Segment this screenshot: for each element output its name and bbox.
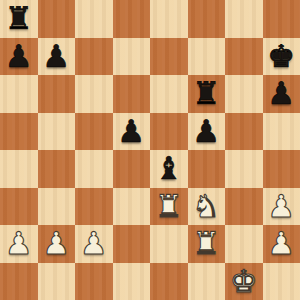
square-e8[interactable] [150,0,188,38]
square-a8[interactable]: ♜ [0,0,38,38]
square-f4[interactable] [188,150,226,188]
square-f6[interactable]: ♜ [188,75,226,113]
black-rook[interactable]: ♜ [5,3,33,34]
square-h4[interactable] [263,150,301,188]
square-b7[interactable]: ♟ [38,38,76,76]
square-f5[interactable]: ♟ [188,113,226,151]
white-pawn[interactable]: ♟ [80,228,108,259]
square-d7[interactable] [113,38,151,76]
square-a2[interactable]: ♟ [0,225,38,263]
square-b1[interactable] [38,263,76,300]
square-d5[interactable]: ♟ [113,113,151,151]
square-e6[interactable] [150,75,188,113]
square-g4[interactable] [225,150,263,188]
square-d2[interactable] [113,225,151,263]
square-c6[interactable] [75,75,113,113]
square-a7[interactable]: ♟ [0,38,38,76]
black-bishop[interactable]: ♝ [155,153,183,184]
square-e3[interactable]: ♜ [150,188,188,226]
square-g1[interactable]: ♚ [225,263,263,300]
white-pawn[interactable]: ♟ [5,228,33,259]
white-pawn[interactable]: ♟ [267,228,295,259]
white-pawn[interactable]: ♟ [42,228,70,259]
square-e7[interactable] [150,38,188,76]
square-b6[interactable] [38,75,76,113]
square-g8[interactable] [225,0,263,38]
square-c5[interactable] [75,113,113,151]
square-a3[interactable] [0,188,38,226]
square-d4[interactable] [113,150,151,188]
white-rook[interactable]: ♜ [192,228,220,259]
square-e2[interactable] [150,225,188,263]
square-e4[interactable]: ♝ [150,150,188,188]
square-g6[interactable] [225,75,263,113]
square-h8[interactable] [263,0,301,38]
square-a6[interactable] [0,75,38,113]
white-rook[interactable]: ♜ [155,191,183,222]
square-f2[interactable]: ♜ [188,225,226,263]
square-b4[interactable] [38,150,76,188]
square-f7[interactable] [188,38,226,76]
black-pawn[interactable]: ♟ [117,116,145,147]
square-h5[interactable] [263,113,301,151]
black-pawn[interactable]: ♟ [42,41,70,72]
white-knight[interactable]: ♞ [192,191,220,222]
square-f1[interactable] [188,263,226,300]
square-b5[interactable] [38,113,76,151]
square-e1[interactable] [150,263,188,300]
black-pawn[interactable]: ♟ [267,78,295,109]
chess-board: ♜♟♟♚♜♟♟♟♝♜♞♟♟♟♟♜♟♚ [0,0,300,300]
square-c7[interactable] [75,38,113,76]
square-c4[interactable] [75,150,113,188]
square-a4[interactable] [0,150,38,188]
square-a5[interactable] [0,113,38,151]
square-d1[interactable] [113,263,151,300]
square-h2[interactable]: ♟ [263,225,301,263]
black-rook[interactable]: ♜ [192,78,220,109]
black-king[interactable]: ♚ [267,41,295,72]
square-b3[interactable] [38,188,76,226]
square-f3[interactable]: ♞ [188,188,226,226]
square-g5[interactable] [225,113,263,151]
square-h1[interactable] [263,263,301,300]
square-c8[interactable] [75,0,113,38]
square-h3[interactable]: ♟ [263,188,301,226]
square-c2[interactable]: ♟ [75,225,113,263]
square-b2[interactable]: ♟ [38,225,76,263]
square-c1[interactable] [75,263,113,300]
square-e5[interactable] [150,113,188,151]
square-h6[interactable]: ♟ [263,75,301,113]
square-f8[interactable] [188,0,226,38]
square-d6[interactable] [113,75,151,113]
square-h7[interactable]: ♚ [263,38,301,76]
square-g3[interactable] [225,188,263,226]
square-a1[interactable] [0,263,38,300]
square-d3[interactable] [113,188,151,226]
black-pawn[interactable]: ♟ [5,41,33,72]
black-pawn[interactable]: ♟ [192,116,220,147]
white-pawn[interactable]: ♟ [267,191,295,222]
square-g7[interactable] [225,38,263,76]
square-b8[interactable] [38,0,76,38]
square-c3[interactable] [75,188,113,226]
square-g2[interactable] [225,225,263,263]
square-d8[interactable] [113,0,151,38]
white-king[interactable]: ♚ [230,266,258,297]
